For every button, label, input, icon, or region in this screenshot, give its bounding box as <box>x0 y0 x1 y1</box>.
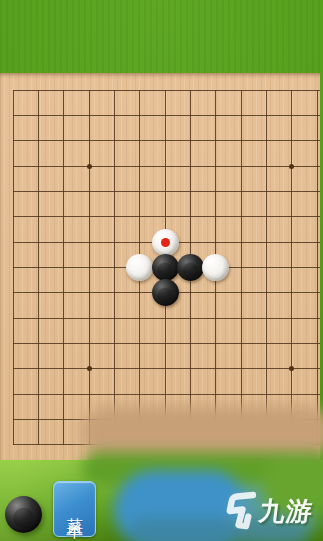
board-intersection[interactable] <box>203 77 228 102</box>
board-intersection[interactable] <box>102 305 127 330</box>
board-intersection[interactable] <box>304 103 320 128</box>
board-intersection[interactable] <box>304 331 320 356</box>
board-intersection[interactable] <box>51 179 76 204</box>
board-intersection[interactable] <box>51 77 76 102</box>
board-intersection[interactable] <box>254 77 279 102</box>
board-intersection[interactable] <box>26 407 51 432</box>
board-intersection[interactable] <box>228 77 253 102</box>
board-intersection[interactable] <box>254 381 279 406</box>
board-intersection[interactable] <box>26 331 51 356</box>
board-intersection[interactable] <box>26 103 51 128</box>
board-intersection[interactable] <box>127 305 152 330</box>
board-intersection[interactable] <box>127 153 152 178</box>
board-intersection[interactable] <box>51 407 76 432</box>
last-move-marker <box>161 238 170 247</box>
board-intersection[interactable] <box>0 305 25 330</box>
board-intersection[interactable] <box>152 77 177 102</box>
board-intersection[interactable] <box>279 229 304 254</box>
board-intersection[interactable] <box>254 103 279 128</box>
board-intersection[interactable] <box>51 204 76 229</box>
board-intersection[interactable] <box>279 381 304 406</box>
board-intersection[interactable] <box>203 305 228 330</box>
board-intersection[interactable] <box>0 229 25 254</box>
board-intersection[interactable] <box>228 103 253 128</box>
board-intersection[interactable] <box>279 77 304 102</box>
gomoku-board: ●●●●●● <box>0 73 320 460</box>
board-intersection[interactable] <box>228 331 253 356</box>
board-intersection[interactable] <box>178 103 203 128</box>
board-intersection[interactable] <box>76 280 101 305</box>
board-intersection[interactable] <box>304 229 320 254</box>
board-intersection[interactable] <box>51 153 76 178</box>
board-intersection[interactable] <box>304 179 320 204</box>
board-intersection[interactable] <box>102 77 127 102</box>
board-intersection[interactable] <box>178 331 203 356</box>
board-intersection[interactable] <box>0 204 25 229</box>
board-intersection[interactable] <box>76 77 101 102</box>
board-intersection[interactable] <box>152 128 177 153</box>
board-intersection[interactable] <box>279 280 304 305</box>
menu-button-label: 菜单 <box>63 504 86 514</box>
board-intersection[interactable] <box>26 280 51 305</box>
black-stone-glyph: ● <box>154 254 175 281</box>
board-intersection[interactable] <box>102 356 127 381</box>
board-intersection[interactable] <box>26 153 51 178</box>
board-intersection[interactable] <box>203 128 228 153</box>
board-intersection[interactable] <box>279 204 304 229</box>
menu-button[interactable]: 菜单 <box>53 481 96 537</box>
board-intersection[interactable] <box>152 331 177 356</box>
watermark-text: 九游 <box>257 494 315 529</box>
board-intersection[interactable] <box>0 407 25 432</box>
board-intersection[interactable] <box>228 204 253 229</box>
board-intersection[interactable] <box>304 356 320 381</box>
board-intersection[interactable] <box>26 229 51 254</box>
board-intersection[interactable] <box>102 381 127 406</box>
board-intersection[interactable] <box>228 128 253 153</box>
board-intersection[interactable] <box>0 77 25 102</box>
board-intersection[interactable] <box>228 356 253 381</box>
board-intersection[interactable] <box>76 153 101 178</box>
board-intersection[interactable] <box>76 255 101 280</box>
board-intersection[interactable] <box>178 305 203 330</box>
board-intersection[interactable] <box>254 305 279 330</box>
board-intersection[interactable] <box>304 77 320 102</box>
board-intersection[interactable] <box>279 128 304 153</box>
board-intersection[interactable] <box>203 153 228 178</box>
board-intersection[interactable] <box>178 204 203 229</box>
board-intersection[interactable] <box>0 128 25 153</box>
board-intersection[interactable] <box>51 255 76 280</box>
board-intersection[interactable] <box>51 280 76 305</box>
board-intersection[interactable] <box>152 179 177 204</box>
board-intersection[interactable] <box>76 204 101 229</box>
board-intersection[interactable] <box>0 381 25 406</box>
board-intersection[interactable] <box>254 229 279 254</box>
board-intersection[interactable] <box>127 381 152 406</box>
board-intersection[interactable] <box>152 356 177 381</box>
board-intersection[interactable] <box>0 153 25 178</box>
board-intersection[interactable] <box>26 128 51 153</box>
board-intersection[interactable] <box>0 179 25 204</box>
board-intersection[interactable] <box>178 153 203 178</box>
board-intersection[interactable] <box>0 255 25 280</box>
board-intersection[interactable] <box>0 331 25 356</box>
board-intersection[interactable] <box>0 356 25 381</box>
board-intersection[interactable] <box>152 153 177 178</box>
board-intersection[interactable] <box>279 255 304 280</box>
board-intersection[interactable] <box>279 305 304 330</box>
board-intersection[interactable] <box>178 356 203 381</box>
board-intersection[interactable] <box>203 381 228 406</box>
board-intersection[interactable] <box>203 331 228 356</box>
board-intersection[interactable] <box>178 179 203 204</box>
black-stone-glyph: ● <box>180 254 201 281</box>
board-intersection[interactable] <box>76 103 101 128</box>
board-intersection[interactable] <box>26 179 51 204</box>
board-intersection[interactable] <box>102 179 127 204</box>
board-intersection[interactable] <box>152 305 177 330</box>
board-intersection[interactable] <box>254 179 279 204</box>
board-intersection[interactable] <box>304 204 320 229</box>
board-intersection[interactable] <box>0 432 25 457</box>
board-intersection[interactable] <box>127 356 152 381</box>
board-intersection[interactable] <box>51 229 76 254</box>
board-intersection[interactable] <box>203 356 228 381</box>
board-intersection[interactable] <box>178 381 203 406</box>
board-intersection[interactable] <box>0 103 25 128</box>
board-intersection[interactable] <box>26 77 51 102</box>
board-intersection[interactable] <box>203 280 228 305</box>
board-intersection[interactable] <box>127 331 152 356</box>
black-stone[interactable]: ● <box>152 279 179 306</box>
white-stone-glyph: ● <box>205 254 226 281</box>
board-intersection[interactable] <box>127 77 152 102</box>
board-intersection[interactable] <box>76 356 101 381</box>
board-intersection[interactable] <box>254 280 279 305</box>
board-intersection[interactable] <box>26 255 51 280</box>
9game-logo-icon <box>226 490 256 532</box>
board-intersection[interactable] <box>102 128 127 153</box>
app-screen: ●●●●●● ● 菜单 九游 <box>0 0 323 541</box>
board-intersection[interactable] <box>152 204 177 229</box>
board-intersection[interactable] <box>228 153 253 178</box>
board-intersection[interactable] <box>76 331 101 356</box>
board-intersection[interactable] <box>254 331 279 356</box>
board-intersection[interactable] <box>254 128 279 153</box>
board-intersection[interactable] <box>127 229 152 254</box>
board-intersection[interactable] <box>127 128 152 153</box>
board-intersection[interactable] <box>228 179 253 204</box>
board-intersection[interactable] <box>51 305 76 330</box>
board-intersection[interactable] <box>304 305 320 330</box>
board-intersection[interactable] <box>51 103 76 128</box>
board-intersection[interactable] <box>279 331 304 356</box>
board-intersection[interactable] <box>178 280 203 305</box>
white-stone[interactable]: ● <box>152 229 179 256</box>
board-intersection[interactable] <box>102 204 127 229</box>
board-intersection[interactable] <box>279 153 304 178</box>
board-intersection[interactable] <box>102 153 127 178</box>
board-intersection[interactable] <box>26 356 51 381</box>
board-intersection[interactable] <box>26 305 51 330</box>
black-stone-glyph: ● <box>154 279 175 306</box>
board-intersection[interactable] <box>102 103 127 128</box>
board-intersection[interactable] <box>178 128 203 153</box>
black-stone[interactable]: ● <box>177 254 204 281</box>
board-intersection[interactable] <box>102 229 127 254</box>
white-stone[interactable]: ● <box>202 254 229 281</box>
board-intersection[interactable] <box>26 432 51 457</box>
board-intersection[interactable] <box>51 128 76 153</box>
board-intersection[interactable] <box>304 153 320 178</box>
board-intersection[interactable] <box>279 103 304 128</box>
board-intersection[interactable] <box>127 103 152 128</box>
board-intersection[interactable] <box>51 381 76 406</box>
black-stone[interactable]: ● <box>152 254 179 281</box>
board-intersection[interactable] <box>254 204 279 229</box>
board-intersection[interactable] <box>178 229 203 254</box>
board-intersection[interactable] <box>127 280 152 305</box>
board-intersection[interactable] <box>254 356 279 381</box>
board-intersection[interactable] <box>127 179 152 204</box>
board-intersection[interactable] <box>304 381 320 406</box>
board-intersection[interactable] <box>228 381 253 406</box>
board-intersection[interactable] <box>203 204 228 229</box>
board-intersection[interactable] <box>127 204 152 229</box>
board-intersection[interactable] <box>0 280 25 305</box>
board-intersection[interactable] <box>178 77 203 102</box>
board-intersection[interactable] <box>76 179 101 204</box>
board-intersection[interactable] <box>279 356 304 381</box>
board-intersection[interactable] <box>203 103 228 128</box>
board-intersection[interactable] <box>26 204 51 229</box>
board-intersection[interactable] <box>51 356 76 381</box>
board-intersection[interactable] <box>228 280 253 305</box>
board-intersection[interactable] <box>203 179 228 204</box>
board-intersection[interactable] <box>102 331 127 356</box>
board-intersection[interactable] <box>304 128 320 153</box>
board-intersection[interactable] <box>102 280 127 305</box>
board-intersection[interactable] <box>76 229 101 254</box>
board-intersection[interactable] <box>228 229 253 254</box>
board-intersection[interactable] <box>152 103 177 128</box>
board-intersection[interactable] <box>254 153 279 178</box>
board-intersection[interactable] <box>152 381 177 406</box>
board-intersection[interactable] <box>228 305 253 330</box>
board-intersection[interactable] <box>51 432 76 457</box>
board-intersection[interactable] <box>76 305 101 330</box>
watermark: 九游 <box>226 490 313 532</box>
white-stone-glyph: ● <box>129 254 150 281</box>
board-intersection[interactable] <box>304 280 320 305</box>
board-intersection[interactable] <box>76 128 101 153</box>
board-intersection[interactable] <box>228 255 253 280</box>
board-intersection[interactable] <box>304 255 320 280</box>
board-intersection[interactable] <box>26 381 51 406</box>
white-stone[interactable]: ● <box>126 254 153 281</box>
board-intersection[interactable] <box>279 179 304 204</box>
board-intersection[interactable] <box>51 331 76 356</box>
board-intersection[interactable] <box>102 255 127 280</box>
board-intersection[interactable] <box>76 381 101 406</box>
turn-indicator-black-stone-icon: ● <box>5 496 42 533</box>
board-intersection[interactable] <box>254 255 279 280</box>
board-intersection[interactable] <box>203 229 228 254</box>
